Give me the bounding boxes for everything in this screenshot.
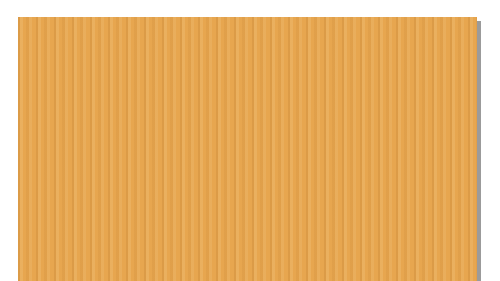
go-board[interactable] (18, 17, 477, 281)
go-board-grid (18, 21, 474, 281)
go-app-window (0, 0, 500, 281)
